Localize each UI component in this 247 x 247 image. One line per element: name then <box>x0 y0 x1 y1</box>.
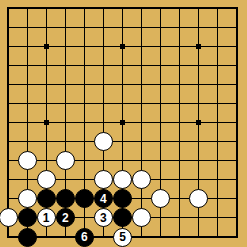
grid-line-horizontal <box>8 103 238 104</box>
white-stone <box>56 151 75 170</box>
black-stone <box>37 189 56 208</box>
move-number-label: 3 <box>100 212 107 224</box>
star-point <box>120 44 125 49</box>
white-stone-move-5: 5 <box>113 228 132 247</box>
star-point <box>196 44 201 49</box>
grid-line-vertical <box>217 8 218 238</box>
move-number-label: 1 <box>43 212 50 224</box>
grid-line-horizontal <box>8 141 238 142</box>
move-number-label: 5 <box>119 231 126 243</box>
grid-line-vertical <box>141 8 142 238</box>
white-stone <box>18 189 37 208</box>
grid-line-horizontal <box>8 84 238 85</box>
white-stone <box>18 151 37 170</box>
black-stone-move-6: 6 <box>75 228 94 247</box>
move-number-label: 6 <box>81 231 88 243</box>
grid-line-horizontal <box>8 160 238 161</box>
go-board-diagram: 412365 <box>0 0 247 247</box>
black-stone <box>18 228 37 247</box>
grid-line-horizontal <box>8 27 238 28</box>
black-stone <box>56 189 75 208</box>
star-point <box>120 120 125 125</box>
move-number-label: 2 <box>62 212 69 224</box>
move-number-label: 4 <box>100 193 107 205</box>
star-point <box>44 44 49 49</box>
white-stone <box>37 170 56 189</box>
white-stone <box>94 132 113 151</box>
star-point <box>44 120 49 125</box>
black-stone <box>18 208 37 227</box>
grid-line-horizontal <box>8 65 238 66</box>
star-point <box>196 120 201 125</box>
white-stone-move-1: 1 <box>37 208 56 227</box>
grid-line-vertical <box>179 8 180 238</box>
